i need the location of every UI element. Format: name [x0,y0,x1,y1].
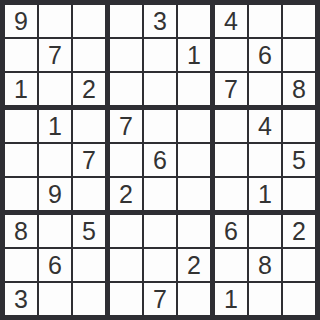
cell-r4c7[interactable] [215,110,249,144]
cell-r1c5: 3 [144,5,178,39]
cell-r2c8: 6 [249,39,283,73]
cell-r6c2: 9 [39,178,73,215]
cell-r6c4: 2 [110,178,144,215]
cell-r2c2: 7 [39,39,73,73]
cell-r3c8[interactable] [249,73,283,110]
cell-r2c1[interactable] [5,39,39,73]
cell-r5c9: 5 [283,144,315,178]
cell-r2c4[interactable] [110,39,144,73]
cell-r1c1: 9 [5,5,39,39]
cell-r7c1: 8 [5,215,39,249]
cell-r3c1: 1 [5,73,39,110]
cell-r6c9[interactable] [283,178,315,215]
cell-r4c3[interactable] [73,110,110,144]
cell-r8c9[interactable] [283,249,315,283]
cell-r5c7[interactable] [215,144,249,178]
cell-r9c7: 1 [215,283,249,315]
cell-r4c6[interactable] [178,110,215,144]
cell-r4c2: 1 [39,110,73,144]
cell-r7c9: 2 [283,215,315,249]
cell-r1c9[interactable] [283,5,315,39]
cell-r3c4[interactable] [110,73,144,110]
cell-r5c4[interactable] [110,144,144,178]
cell-r9c6[interactable] [178,283,215,315]
cell-r5c6[interactable] [178,144,215,178]
cell-r1c3[interactable] [73,5,110,39]
cell-r5c8[interactable] [249,144,283,178]
cell-r7c6[interactable] [178,215,215,249]
cell-r5c1[interactable] [5,144,39,178]
cell-r7c5[interactable] [144,215,178,249]
cell-r9c3[interactable] [73,283,110,315]
cell-r7c8[interactable] [249,215,283,249]
cell-r1c6[interactable] [178,5,215,39]
cell-r1c4[interactable] [110,5,144,39]
cell-r7c3: 5 [73,215,110,249]
cell-r3c9: 8 [283,73,315,110]
cell-r4c4: 7 [110,110,144,144]
cell-r3c2[interactable] [39,73,73,110]
cell-r3c7: 7 [215,73,249,110]
cell-r1c7: 4 [215,5,249,39]
cell-r8c1[interactable] [5,249,39,283]
cell-r2c5[interactable] [144,39,178,73]
cell-r4c5[interactable] [144,110,178,144]
cell-r6c6[interactable] [178,178,215,215]
cell-r5c3: 7 [73,144,110,178]
cell-r2c9[interactable] [283,39,315,73]
cell-r6c8: 1 [249,178,283,215]
cell-r7c7: 6 [215,215,249,249]
cell-r3c3: 2 [73,73,110,110]
cell-r8c4[interactable] [110,249,144,283]
cell-r9c1: 3 [5,283,39,315]
cell-r1c2[interactable] [39,5,73,39]
cell-r9c2[interactable] [39,283,73,315]
cell-r1c8[interactable] [249,5,283,39]
cell-r3c6[interactable] [178,73,215,110]
cell-r5c2[interactable] [39,144,73,178]
sudoku-board: 93471612781747659218562628371 [0,0,320,320]
cell-r2c6: 1 [178,39,215,73]
sudoku-grid: 93471612781747659218562628371 [5,5,315,315]
cell-r7c2[interactable] [39,215,73,249]
cell-r8c2: 6 [39,249,73,283]
cell-r6c5[interactable] [144,178,178,215]
cell-r6c7[interactable] [215,178,249,215]
cell-r6c1[interactable] [5,178,39,215]
cell-r9c5: 7 [144,283,178,315]
cell-r8c7[interactable] [215,249,249,283]
cell-r9c4[interactable] [110,283,144,315]
cell-r3c5[interactable] [144,73,178,110]
cell-r9c8[interactable] [249,283,283,315]
cell-r4c8: 4 [249,110,283,144]
cell-r8c3[interactable] [73,249,110,283]
cell-r8c8: 8 [249,249,283,283]
cell-r6c3[interactable] [73,178,110,215]
cell-r4c1[interactable] [5,110,39,144]
cell-r8c6: 2 [178,249,215,283]
cell-r2c3[interactable] [73,39,110,73]
cell-r7c4[interactable] [110,215,144,249]
cell-r8c5[interactable] [144,249,178,283]
cell-r9c9[interactable] [283,283,315,315]
cell-r4c9[interactable] [283,110,315,144]
cell-r5c5: 6 [144,144,178,178]
cell-r2c7[interactable] [215,39,249,73]
